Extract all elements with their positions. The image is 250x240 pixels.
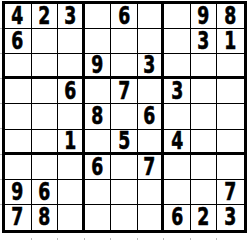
cell-r1c5[interactable]: 6: [111, 4, 138, 29]
cell-r3c1[interactable]: [5, 54, 32, 79]
cell-r7c3[interactable]: [58, 155, 85, 180]
sudoku-board: 42369863193673861546796778623: [2, 1, 247, 233]
cell-r4c3[interactable]: 6: [58, 79, 85, 104]
cell-r8c2[interactable]: 6: [32, 180, 59, 205]
cell-digit: 3: [144, 54, 156, 77]
cell-digit: 2: [198, 205, 210, 229]
cell-r8c9[interactable]: 7: [217, 180, 244, 205]
sudoku-page: 42369863193673861546796778623: [0, 0, 250, 240]
cell-r1c1[interactable]: 4: [5, 4, 32, 29]
cell-digit: 6: [171, 205, 183, 229]
cell-r5c3[interactable]: [58, 104, 85, 129]
cell-r3c2[interactable]: [32, 54, 59, 79]
cell-r7c1[interactable]: [5, 155, 32, 180]
cell-r5c7[interactable]: [164, 104, 191, 129]
cell-r7c7[interactable]: [164, 155, 191, 180]
cell-r7c4[interactable]: 6: [85, 155, 112, 180]
cell-digit: 2: [38, 4, 50, 28]
cell-digit: 4: [12, 4, 24, 28]
cell-r4c2[interactable]: [32, 79, 59, 104]
cell-r4c5[interactable]: 7: [111, 79, 138, 104]
cell-r9c7[interactable]: 6: [164, 205, 191, 230]
cell-r5c6[interactable]: 6: [138, 104, 165, 129]
cell-r6c5[interactable]: 5: [111, 130, 138, 155]
cell-r4c1[interactable]: [5, 79, 32, 104]
cell-r5c5[interactable]: [111, 104, 138, 129]
cell-digit: 6: [12, 29, 24, 53]
cell-digit: 6: [38, 180, 50, 204]
cell-r1c8[interactable]: 9: [191, 4, 218, 29]
cell-r5c8[interactable]: [191, 104, 218, 129]
cell-digit: 7: [12, 205, 24, 229]
cell-r6c8[interactable]: [191, 130, 218, 155]
cell-r4c7[interactable]: 3: [164, 79, 191, 104]
cell-r1c7[interactable]: [164, 4, 191, 29]
cell-r8c7[interactable]: [164, 180, 191, 205]
cell-r9c8[interactable]: 2: [191, 205, 218, 230]
cell-digit: 9: [91, 54, 103, 77]
cell-digit: 1: [64, 130, 76, 153]
cell-r9c1[interactable]: 7: [5, 205, 32, 230]
cell-digit: 5: [118, 130, 130, 153]
cell-r1c4[interactable]: [85, 4, 112, 29]
cell-r2c3[interactable]: [58, 29, 85, 54]
cell-r8c1[interactable]: 9: [5, 180, 32, 205]
cell-r9c6[interactable]: [138, 205, 165, 230]
cell-r7c6[interactable]: 7: [138, 155, 165, 180]
cell-r2c2[interactable]: [32, 29, 59, 54]
cell-r7c2[interactable]: [32, 155, 59, 180]
cell-digit: 3: [225, 205, 237, 229]
cell-digit: 6: [91, 155, 103, 179]
cell-r6c7[interactable]: 4: [164, 130, 191, 155]
cell-digit: 3: [64, 4, 76, 28]
cell-r3c5[interactable]: [111, 54, 138, 79]
cell-r9c9[interactable]: 3: [217, 205, 244, 230]
cell-digit: 9: [198, 4, 210, 28]
cell-digit: 6: [144, 104, 156, 128]
cell-r2c9[interactable]: 1: [217, 29, 244, 54]
cell-digit: 1: [225, 29, 237, 53]
cell-r7c9[interactable]: [217, 155, 244, 180]
cell-r6c4[interactable]: [85, 130, 112, 155]
cell-r2c8[interactable]: 3: [191, 29, 218, 54]
cell-digit: 6: [118, 4, 130, 28]
cell-r8c3[interactable]: [58, 180, 85, 205]
cell-r3c4[interactable]: 9: [85, 54, 112, 79]
cell-digit: 7: [118, 79, 130, 103]
cell-digit: 3: [171, 79, 183, 103]
cell-r6c1[interactable]: [5, 130, 32, 155]
cell-r1c9[interactable]: 8: [217, 4, 244, 29]
cell-digit: 6: [64, 79, 76, 103]
cell-r2c6[interactable]: [138, 29, 165, 54]
cell-digit: 4: [171, 130, 183, 153]
cell-r4c4[interactable]: [85, 79, 112, 104]
cell-digit: 8: [38, 205, 50, 229]
cell-r2c7[interactable]: [164, 29, 191, 54]
cell-r5c2[interactable]: [32, 104, 59, 129]
cell-digit: 8: [91, 104, 103, 128]
cell-r4c9[interactable]: [217, 79, 244, 104]
cell-r5c1[interactable]: [5, 104, 32, 129]
cell-digit: 3: [198, 29, 210, 53]
cell-digit: 9: [12, 180, 24, 204]
cell-r8c4[interactable]: [85, 180, 112, 205]
cell-r8c5[interactable]: [111, 180, 138, 205]
cell-r3c7[interactable]: [164, 54, 191, 79]
cell-r5c9[interactable]: [217, 104, 244, 129]
cell-r4c6[interactable]: [138, 79, 165, 104]
cell-r3c6[interactable]: 3: [138, 54, 165, 79]
cell-digit: 7: [144, 155, 156, 179]
cell-r9c4[interactable]: [85, 205, 112, 230]
cell-r4c8[interactable]: [191, 79, 218, 104]
cell-r3c3[interactable]: [58, 54, 85, 79]
cell-r7c5[interactable]: [111, 155, 138, 180]
cell-digit: 7: [225, 180, 237, 204]
cell-r9c3[interactable]: [58, 205, 85, 230]
cell-r6c2[interactable]: [32, 130, 59, 155]
cell-r6c3[interactable]: 1: [58, 130, 85, 155]
cell-r8c6[interactable]: [138, 180, 165, 205]
cell-r3c8[interactable]: [191, 54, 218, 79]
cell-r1c2[interactable]: 2: [32, 4, 59, 29]
cell-r2c5[interactable]: [111, 29, 138, 54]
cell-r7c8[interactable]: [191, 155, 218, 180]
cell-r5c4[interactable]: 8: [85, 104, 112, 129]
cell-r2c1[interactable]: 6: [5, 29, 32, 54]
cell-r1c3[interactable]: 3: [58, 4, 85, 29]
cell-r9c5[interactable]: [111, 205, 138, 230]
cell-r3c9[interactable]: [217, 54, 244, 79]
cell-r8c8[interactable]: [191, 180, 218, 205]
cell-digit: 8: [225, 4, 237, 28]
cell-r9c2[interactable]: 8: [32, 205, 59, 230]
cell-r6c6[interactable]: [138, 130, 165, 155]
cell-r2c4[interactable]: [85, 29, 112, 54]
cell-r1c6[interactable]: [138, 4, 165, 29]
cell-r6c9[interactable]: [217, 130, 244, 155]
